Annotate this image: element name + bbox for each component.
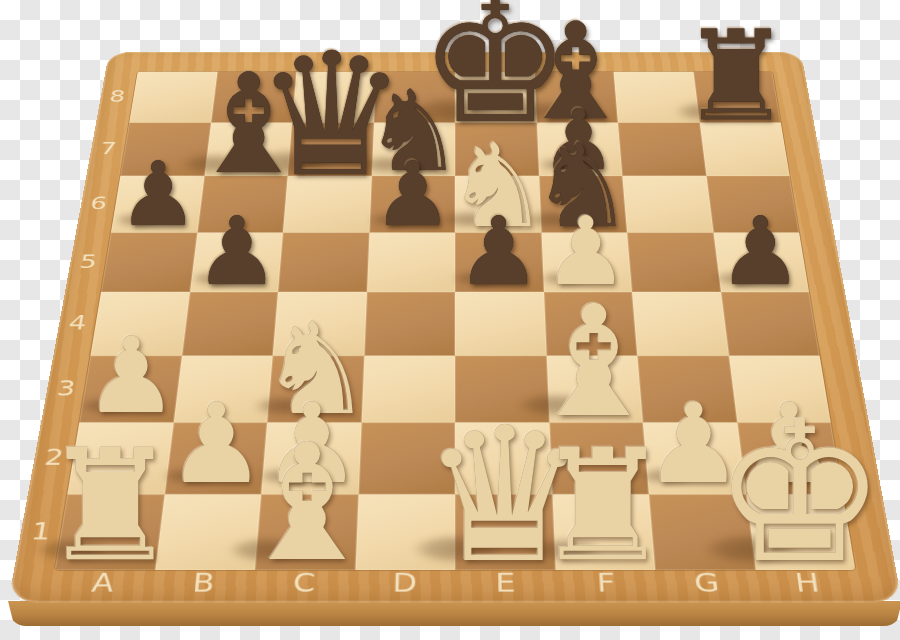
black-pawn-b5[interactable]: ♟ [195,204,280,299]
transparent-canvas: 87654321ABCDEFGH ♜♝♛♜♚♟♟♟♟♟♞♝♟♞♟♟♞♟♟♟♝♛♞… [0,0,900,640]
white-bishop-c1[interactable]: ♝ [235,422,380,584]
white-king-h1[interactable]: ♚ [713,396,887,590]
pieces-layer: ♜♝♛♜♚♟♟♟♟♟♞♝♟♞♟♟♞♟♟♟♝♛♞♟♚♝♜ [0,0,900,640]
white-rook-a1[interactable]: ♜ [41,429,179,583]
black-pawn-h5[interactable]: ♟ [718,204,803,299]
black-pawn-d6[interactable]: ♟ [373,150,453,239]
black-pawn-a6[interactable]: ♟ [118,150,198,239]
white-rook-f1[interactable]: ♜ [534,429,672,583]
white-pawn-a3[interactable]: ♟ [84,323,178,428]
black-rook-h8[interactable]: ♜ [681,14,792,138]
